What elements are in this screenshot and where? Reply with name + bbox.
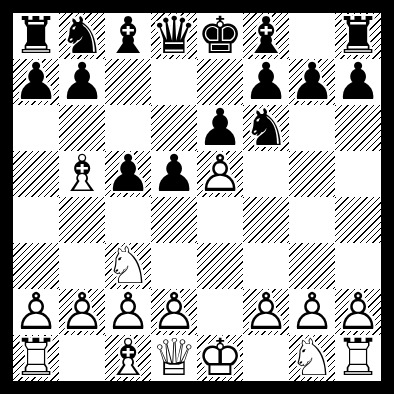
- square-g7[interactable]: ♟: [289, 59, 335, 105]
- square-b5[interactable]: ♝♗: [59, 151, 105, 197]
- white-pawn-e5: ♟♙: [197, 151, 243, 197]
- white-pawn-b2: ♟♙: [59, 289, 105, 335]
- square-d7[interactable]: [151, 59, 197, 105]
- square-g4[interactable]: [289, 197, 335, 243]
- white-queen-d1: ♛♕: [151, 335, 197, 381]
- piece-outline-layer: ♙: [197, 151, 243, 197]
- square-b4[interactable]: [59, 197, 105, 243]
- piece-outline-layer: ♕: [151, 335, 197, 381]
- square-a5[interactable]: [13, 151, 59, 197]
- piece-outline-layer: ♗: [59, 151, 105, 197]
- square-b1[interactable]: [59, 335, 105, 381]
- square-g1[interactable]: ♞♘: [289, 335, 335, 381]
- white-rook-a1: ♜♖: [13, 335, 59, 381]
- square-e8[interactable]: ♚: [197, 13, 243, 59]
- black-pawn-a7: ♟: [13, 59, 59, 105]
- piece-outline-layer: ♘: [289, 335, 335, 381]
- square-c8[interactable]: ♝: [105, 13, 151, 59]
- square-b7[interactable]: ♟: [59, 59, 105, 105]
- black-pawn-b7: ♟: [59, 59, 105, 105]
- white-rook-h1: ♜♖: [335, 335, 381, 381]
- square-a4[interactable]: [13, 197, 59, 243]
- square-c5[interactable]: ♟: [105, 151, 151, 197]
- square-e3[interactable]: [197, 243, 243, 289]
- piece-outline-layer: ♖: [335, 335, 381, 381]
- white-pawn-f2: ♟♙: [243, 289, 289, 335]
- square-a7[interactable]: ♟: [13, 59, 59, 105]
- square-h4[interactable]: [335, 197, 381, 243]
- square-h7[interactable]: ♟: [335, 59, 381, 105]
- square-b2[interactable]: ♟♙: [59, 289, 105, 335]
- square-e4[interactable]: [197, 197, 243, 243]
- black-knight-f6: ♞: [243, 105, 289, 151]
- white-bishop-b5: ♝♗: [59, 151, 105, 197]
- square-a1[interactable]: ♜♖: [13, 335, 59, 381]
- square-d8[interactable]: ♛: [151, 13, 197, 59]
- square-d5[interactable]: ♟: [151, 151, 197, 197]
- piece-outline-layer: ♖: [13, 335, 59, 381]
- black-king-e8: ♚: [197, 13, 243, 59]
- square-f2[interactable]: ♟♙: [243, 289, 289, 335]
- square-c1[interactable]: ♝♗: [105, 335, 151, 381]
- white-knight-g1: ♞♘: [289, 335, 335, 381]
- black-bishop-c8: ♝: [105, 13, 151, 59]
- square-h5[interactable]: [335, 151, 381, 197]
- square-d4[interactable]: [151, 197, 197, 243]
- white-king-e1: ♚♔: [197, 335, 243, 381]
- square-f4[interactable]: [243, 197, 289, 243]
- square-d1[interactable]: ♛♕: [151, 335, 197, 381]
- piece-outline-layer: ♙: [59, 289, 105, 335]
- black-pawn-c5: ♟: [105, 151, 151, 197]
- square-c7[interactable]: [105, 59, 151, 105]
- piece-outline-layer: ♗: [105, 335, 151, 381]
- square-f1[interactable]: [243, 335, 289, 381]
- black-pawn-g7: ♟: [289, 59, 335, 105]
- piece-outline-layer: ♙: [243, 289, 289, 335]
- square-h1[interactable]: ♜♖: [335, 335, 381, 381]
- square-h6[interactable]: [335, 105, 381, 151]
- black-pawn-h7: ♟: [335, 59, 381, 105]
- square-e1[interactable]: ♚♔: [197, 335, 243, 381]
- square-f6[interactable]: ♞: [243, 105, 289, 151]
- square-f5[interactable]: [243, 151, 289, 197]
- square-a6[interactable]: [13, 105, 59, 151]
- black-queen-d8: ♛: [151, 13, 197, 59]
- white-bishop-c1: ♝♗: [105, 335, 151, 381]
- board-frame: ♜♞♝♛♚♝♜♟♟♟♟♟♟♞♝♗♟♟♟♙♞♘♟♙♟♙♟♙♟♙♟♙♟♙♟♙♜♖♝♗…: [0, 0, 394, 394]
- chess-board: ♜♞♝♛♚♝♜♟♟♟♟♟♟♞♝♗♟♟♟♙♞♘♟♙♟♙♟♙♟♙♟♙♟♙♟♙♜♖♝♗…: [13, 13, 381, 381]
- square-g6[interactable]: [289, 105, 335, 151]
- piece-outline-layer: ♔: [197, 335, 243, 381]
- black-pawn-d5: ♟: [151, 151, 197, 197]
- square-g5[interactable]: [289, 151, 335, 197]
- square-e5[interactable]: ♟♙: [197, 151, 243, 197]
